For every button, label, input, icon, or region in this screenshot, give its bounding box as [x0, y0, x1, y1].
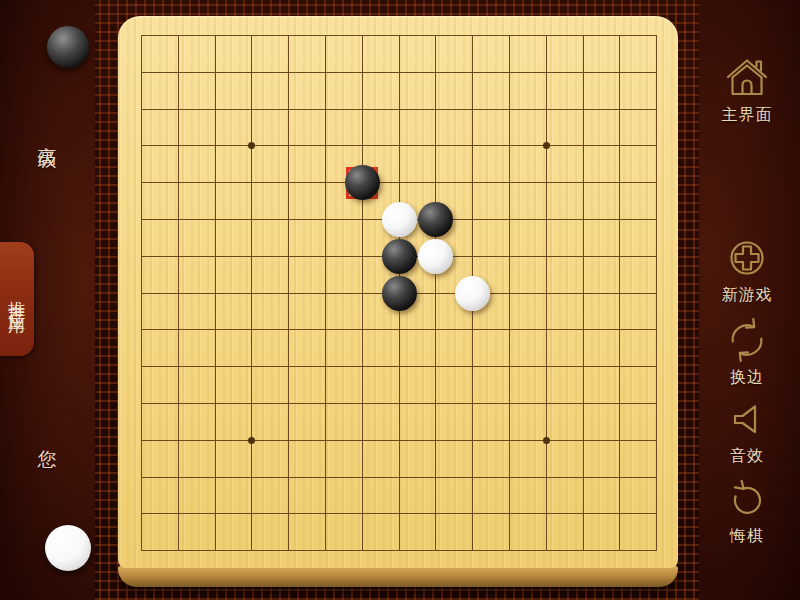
board-cell[interactable]	[251, 403, 288, 440]
opponent-stone-black	[47, 26, 89, 68]
board-cell[interactable]	[178, 513, 215, 550]
sound-button-label: 音效	[697, 446, 797, 467]
board-cell[interactable]	[288, 366, 325, 403]
board-cell[interactable]	[509, 293, 546, 330]
board-cell[interactable]	[583, 145, 620, 182]
board-cell[interactable]	[583, 182, 620, 219]
board-cell[interactable]	[435, 329, 472, 366]
board-cell[interactable]	[325, 329, 362, 366]
board-cell[interactable]	[619, 219, 656, 256]
board-cell[interactable]	[472, 513, 509, 550]
board-cell[interactable]	[583, 219, 620, 256]
board-cell[interactable]	[141, 293, 178, 330]
board-cell[interactable]	[362, 109, 399, 146]
board-cell[interactable]	[399, 477, 436, 514]
board-cell[interactable]	[215, 513, 252, 550]
board-cell[interactable]	[362, 403, 399, 440]
new-game-button[interactable]: 新游戏	[697, 236, 797, 306]
board-cell[interactable]	[215, 440, 252, 477]
board-cell[interactable]	[546, 403, 583, 440]
board-cell[interactable]	[215, 109, 252, 146]
board-cell[interactable]	[583, 72, 620, 109]
board-cell[interactable]	[251, 145, 288, 182]
board-cell[interactable]	[583, 329, 620, 366]
board-cell[interactable]	[399, 403, 436, 440]
board-cell[interactable]	[325, 35, 362, 72]
board-cell[interactable]	[288, 256, 325, 293]
board-cell[interactable]	[472, 440, 509, 477]
board-cell[interactable]	[141, 440, 178, 477]
board-cell[interactable]	[619, 256, 656, 293]
board-cell[interactable]	[178, 256, 215, 293]
board-cell[interactable]	[509, 403, 546, 440]
board-cell[interactable]	[509, 513, 546, 550]
board-cell[interactable]	[472, 145, 509, 182]
board-cell[interactable]	[325, 293, 362, 330]
board-cell[interactable]	[619, 72, 656, 109]
board-cell[interactable]	[288, 72, 325, 109]
board-cell[interactable]	[325, 477, 362, 514]
board-cell[interactable]	[619, 513, 656, 550]
white-stone	[455, 276, 490, 311]
board-cell[interactable]	[178, 72, 215, 109]
board-cell[interactable]	[251, 366, 288, 403]
board-cell[interactable]	[325, 109, 362, 146]
board-cell[interactable]	[509, 145, 546, 182]
board-cell[interactable]	[178, 182, 215, 219]
board-cell[interactable]	[141, 366, 178, 403]
board-cell[interactable]	[178, 440, 215, 477]
board-cell[interactable]	[178, 366, 215, 403]
board-cell[interactable]	[251, 72, 288, 109]
board-cell[interactable]	[509, 329, 546, 366]
board-cell[interactable]	[583, 293, 620, 330]
board-cell[interactable]	[288, 35, 325, 72]
board-cell[interactable]	[141, 477, 178, 514]
board-cell[interactable]	[583, 440, 620, 477]
board-cell[interactable]	[619, 477, 656, 514]
board-lines	[141, 35, 657, 551]
board-cell[interactable]	[215, 219, 252, 256]
board-cell[interactable]	[583, 109, 620, 146]
board-cell[interactable]	[141, 403, 178, 440]
board-cell[interactable]	[325, 256, 362, 293]
home-button[interactable]: 主界面	[697, 56, 797, 126]
board-cell[interactable]	[509, 366, 546, 403]
board-cell[interactable]	[288, 109, 325, 146]
board-cell[interactable]	[583, 256, 620, 293]
new-game-button-label: 新游戏	[697, 285, 797, 306]
board-cell[interactable]	[472, 366, 509, 403]
board-cell[interactable]	[215, 403, 252, 440]
board-cell[interactable]	[251, 329, 288, 366]
board-cell[interactable]	[472, 35, 509, 72]
board-cell[interactable]	[362, 477, 399, 514]
board-cell[interactable]	[178, 109, 215, 146]
board-cell[interactable]	[288, 403, 325, 440]
player-text: 您	[38, 448, 58, 470]
board-cell[interactable]	[215, 72, 252, 109]
board-cell[interactable]	[178, 477, 215, 514]
board-cell[interactable]	[215, 35, 252, 72]
board-cell[interactable]	[509, 182, 546, 219]
board-cell[interactable]	[288, 477, 325, 514]
board-cell[interactable]	[251, 477, 288, 514]
board-cell[interactable]	[472, 329, 509, 366]
board-cell[interactable]	[141, 329, 178, 366]
board-cell[interactable]	[435, 513, 472, 550]
board-cell[interactable]	[583, 513, 620, 550]
board-cell[interactable]	[288, 513, 325, 550]
board-cell[interactable]	[399, 329, 436, 366]
board-cell[interactable]	[178, 35, 215, 72]
board-cell[interactable]	[399, 366, 436, 403]
board-cell[interactable]	[251, 109, 288, 146]
board-cell[interactable]	[619, 329, 656, 366]
board-cell[interactable]	[546, 329, 583, 366]
plus-circle-icon	[732, 243, 763, 274]
board-cell[interactable]	[619, 145, 656, 182]
board-cell[interactable]	[546, 477, 583, 514]
black-stone	[382, 239, 417, 274]
board-cell[interactable]	[215, 366, 252, 403]
board-cell[interactable]	[141, 145, 178, 182]
board-cell[interactable]	[619, 366, 656, 403]
board-cell[interactable]	[546, 366, 583, 403]
board-cell[interactable]	[362, 366, 399, 403]
player-label: 您	[0, 448, 95, 471]
board-cell[interactable]	[288, 182, 325, 219]
board-cell[interactable]	[619, 293, 656, 330]
board-cell[interactable]	[546, 72, 583, 109]
left-panel: 高级 推荐应用 您	[0, 0, 95, 600]
opponent-level-text: 高级	[36, 131, 59, 139]
recommended-apps-label: 推荐应用	[0, 287, 34, 311]
swap-sides-button[interactable]: 换边	[697, 318, 797, 388]
board-cell[interactable]	[215, 329, 252, 366]
board-cell[interactable]	[435, 477, 472, 514]
board-cell[interactable]	[215, 293, 252, 330]
board-cell[interactable]	[251, 35, 288, 72]
board-cell[interactable]	[362, 35, 399, 72]
board-cell[interactable]	[546, 109, 583, 146]
board-cell[interactable]	[325, 513, 362, 550]
board-cell[interactable]	[435, 366, 472, 403]
board-cell[interactable]	[288, 440, 325, 477]
black-stone	[382, 276, 417, 311]
board-cell[interactable]	[472, 219, 509, 256]
undo-arrow-icon	[735, 481, 760, 513]
undo-button-label: 悔棋	[697, 526, 797, 547]
board-cell[interactable]	[546, 256, 583, 293]
board-cell[interactable]	[546, 513, 583, 550]
game-screen: 高级 推荐应用 您 主界面	[0, 0, 800, 600]
gomoku-board[interactable]	[118, 16, 678, 568]
board-cell[interactable]	[399, 440, 436, 477]
board-cell[interactable]	[583, 477, 620, 514]
white-stone	[418, 239, 453, 274]
board-cell[interactable]	[435, 145, 472, 182]
board-cell[interactable]	[251, 513, 288, 550]
board-cell[interactable]	[325, 440, 362, 477]
board-cell[interactable]	[435, 403, 472, 440]
board-cell[interactable]	[509, 219, 546, 256]
board-cell[interactable]	[325, 403, 362, 440]
board-cell[interactable]	[546, 219, 583, 256]
board-cell[interactable]	[141, 256, 178, 293]
board-cell[interactable]	[288, 293, 325, 330]
board-cell[interactable]	[251, 256, 288, 293]
board-cell[interactable]	[251, 219, 288, 256]
undo-button[interactable]: 悔棋	[697, 477, 797, 547]
board-cell[interactable]	[546, 35, 583, 72]
board-cell[interactable]	[141, 219, 178, 256]
swap-sides-button-label: 换边	[697, 367, 797, 388]
star-point	[543, 437, 550, 444]
board-cell[interactable]	[141, 513, 178, 550]
board-cell[interactable]	[435, 109, 472, 146]
board-cell[interactable]	[619, 440, 656, 477]
board-cell[interactable]	[472, 182, 509, 219]
board-cell[interactable]	[509, 72, 546, 109]
opponent-level-label: 高级	[0, 121, 95, 144]
board-cell[interactable]	[435, 35, 472, 72]
board-cell[interactable]	[178, 403, 215, 440]
board-cell[interactable]	[215, 477, 252, 514]
board-cell[interactable]	[399, 109, 436, 146]
board-cell[interactable]	[251, 440, 288, 477]
board-cell[interactable]	[472, 109, 509, 146]
board-cell[interactable]	[546, 145, 583, 182]
board-cell[interactable]	[215, 256, 252, 293]
swap-arrows-icon	[728, 319, 766, 362]
board-cell[interactable]	[619, 403, 656, 440]
board-cell[interactable]	[435, 440, 472, 477]
board-edge	[118, 566, 678, 587]
board-cell[interactable]	[619, 182, 656, 219]
board-cell[interactable]	[619, 35, 656, 72]
board-cell[interactable]	[399, 513, 436, 550]
recommended-apps-banner[interactable]: 推荐应用	[0, 242, 34, 356]
board-cell[interactable]	[325, 366, 362, 403]
board-cell[interactable]	[546, 293, 583, 330]
board-cell[interactable]	[509, 440, 546, 477]
board-cell[interactable]	[178, 219, 215, 256]
board-cell[interactable]	[472, 477, 509, 514]
board-cell[interactable]	[509, 477, 546, 514]
board-cell[interactable]	[141, 182, 178, 219]
board-cell[interactable]	[399, 145, 436, 182]
board-cell[interactable]	[325, 72, 362, 109]
board-cell[interactable]	[362, 329, 399, 366]
board-cell[interactable]	[178, 145, 215, 182]
board-cell[interactable]	[546, 182, 583, 219]
board-cell[interactable]	[583, 35, 620, 72]
board-cell[interactable]	[141, 72, 178, 109]
home-icon	[728, 61, 766, 95]
board-cell[interactable]	[362, 72, 399, 109]
board-cell[interactable]	[288, 145, 325, 182]
board-cell[interactable]	[178, 293, 215, 330]
board-cell[interactable]	[509, 109, 546, 146]
board-cell[interactable]	[325, 219, 362, 256]
board-cell[interactable]	[399, 35, 436, 72]
board-cell[interactable]	[546, 440, 583, 477]
home-button-label: 主界面	[697, 105, 797, 126]
board-cell[interactable]	[509, 256, 546, 293]
board-cell[interactable]	[583, 366, 620, 403]
board-cell[interactable]	[141, 109, 178, 146]
board-cell[interactable]	[435, 72, 472, 109]
player-stone-white	[45, 525, 91, 571]
board-cell[interactable]	[509, 35, 546, 72]
board-cell[interactable]	[215, 145, 252, 182]
black-stone	[345, 165, 380, 200]
board-cell[interactable]	[472, 403, 509, 440]
board-cell[interactable]	[472, 72, 509, 109]
board-cell[interactable]	[362, 513, 399, 550]
board-cell[interactable]	[251, 182, 288, 219]
board-cell[interactable]	[215, 182, 252, 219]
board-cell[interactable]	[288, 219, 325, 256]
board-cell[interactable]	[178, 329, 215, 366]
board-cell[interactable]	[251, 293, 288, 330]
board-cell[interactable]	[362, 440, 399, 477]
white-stone	[382, 202, 417, 237]
speaker-icon	[735, 407, 755, 433]
board-cell[interactable]	[619, 109, 656, 146]
board-cell[interactable]	[399, 72, 436, 109]
sound-button[interactable]: 音效	[697, 397, 797, 467]
board-cell[interactable]	[288, 329, 325, 366]
board-cell[interactable]	[583, 403, 620, 440]
board-cell[interactable]	[141, 35, 178, 72]
